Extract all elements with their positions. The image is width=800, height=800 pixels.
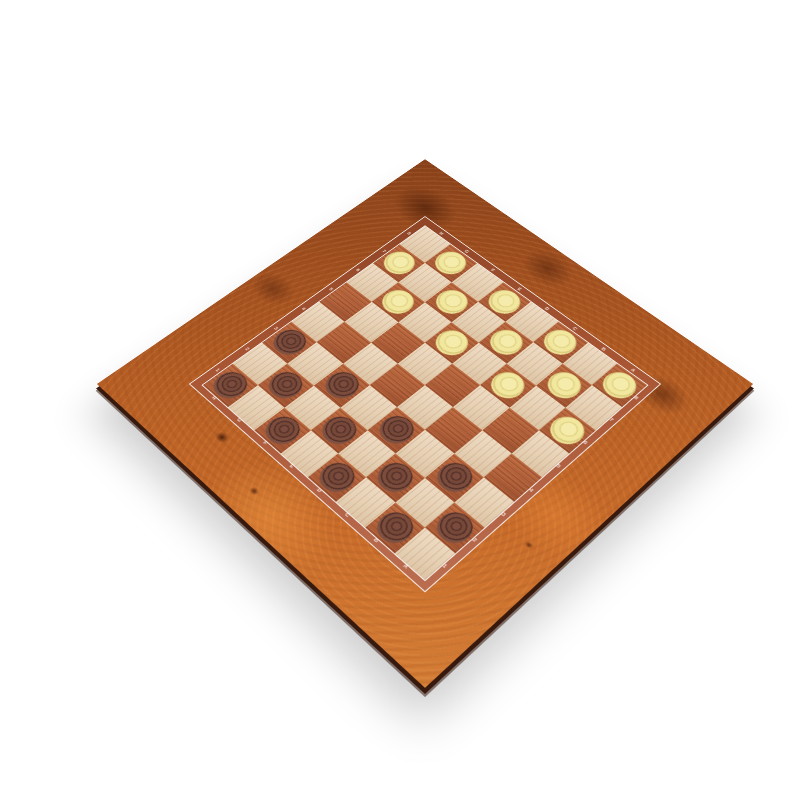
product-photo-background: HGFEDCBA HGFEDCBA 87654321 87654321 [0, 0, 800, 800]
board-grid [203, 226, 647, 580]
coordinate-frame: HGFEDCBA HGFEDCBA 87654321 87654321 [189, 216, 661, 592]
checkers-board: HGFEDCBA HGFEDCBA 87654321 87654321 [97, 159, 753, 688]
